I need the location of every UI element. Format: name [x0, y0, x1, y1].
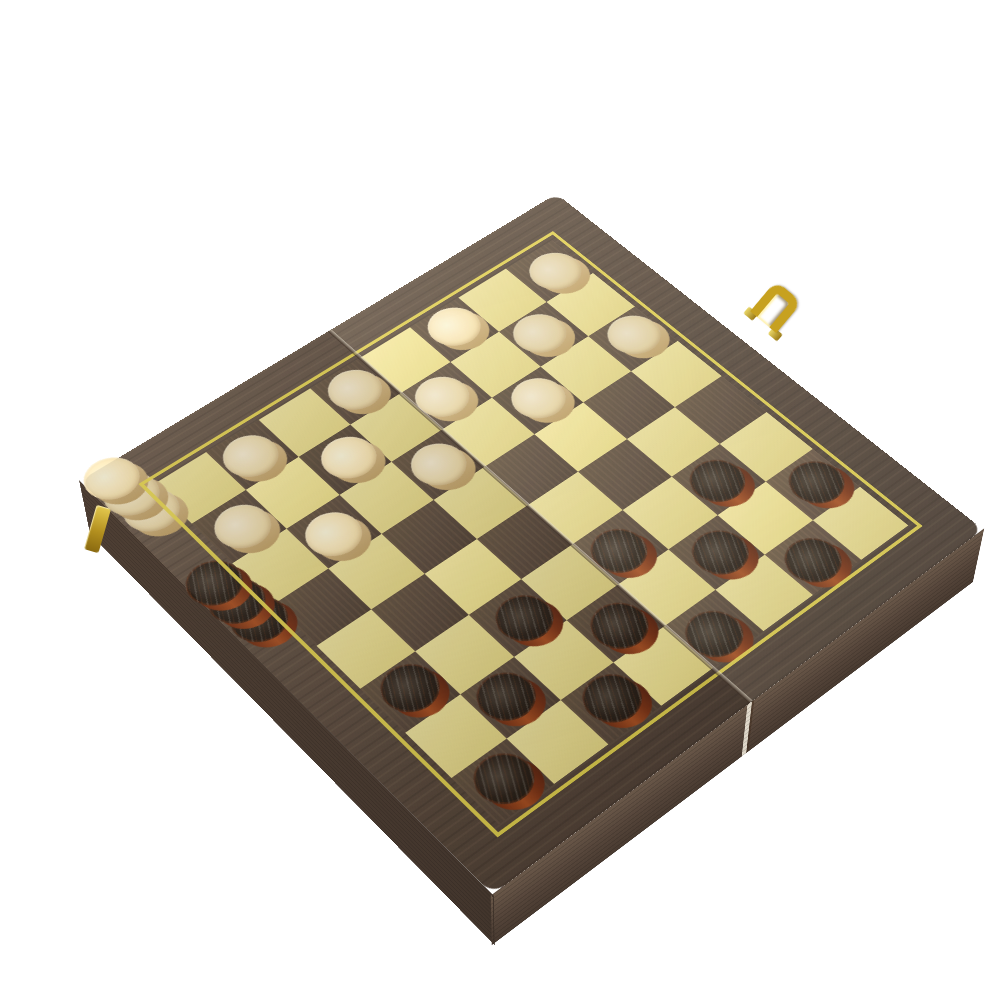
photo-scene: [0, 0, 1000, 1000]
board-3d-wrapper: [80, 194, 983, 894]
game-board: [80, 194, 983, 894]
brass-handle[interactable]: [735, 264, 824, 353]
handle-loop-icon: [750, 281, 802, 333]
